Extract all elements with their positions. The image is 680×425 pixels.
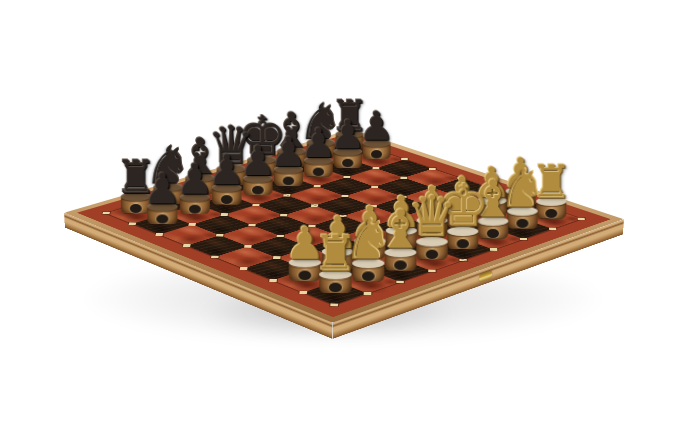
inlay-diamond [248,223,256,226]
inlay-diamond [252,203,259,205]
inlay-diamond [428,269,435,272]
brass-clasp [479,269,492,282]
photo-stage: ♜♞♝♛♚♝♞♜♟♟♟♟♟♟♟♟♟♟♟♟♟♟♟♟♜♞♝♛♚♝♞♜ [0,0,680,425]
inlay-diamond [102,211,110,213]
inlay-diamond [240,266,248,269]
inlay-diamond [183,243,191,246]
piece-figure: ♟ [138,130,186,223]
inlay-diamond [330,303,338,306]
inlay-diamond [490,247,497,250]
board-grid: ♜♞♝♛♚♝♞♜♟♟♟♟♟♟♟♟♟♟♟♟♟♟♟♟♜♞♝♛♚♝♞♜ [106,141,581,305]
inlay-diamond [269,278,277,281]
board-scene: ♜♞♝♛♚♝♞♜♟♟♟♟♟♟♟♟♟♟♟♟♟♟♟♟♜♞♝♛♚♝♞♜ [0,0,680,425]
inlay-diamond [216,233,224,236]
inlay-diamond [299,290,307,293]
piece-figure: ♜ [309,192,361,292]
chess-board: ♜♞♝♛♚♝♞♜♟♟♟♟♟♟♟♟♟♟♟♟♟♟♟♟♜♞♝♛♚♝♞♜ [64,129,624,322]
inlay-diamond [364,291,372,294]
piece-glyph: ♜ [309,228,361,278]
inlay-diamond [244,244,252,247]
inlay-diamond [211,255,219,258]
piece-glyph: ♟ [138,168,186,210]
inlay-diamond [396,280,404,283]
inlay-diamond [577,217,584,219]
inlay-diamond [155,232,163,235]
